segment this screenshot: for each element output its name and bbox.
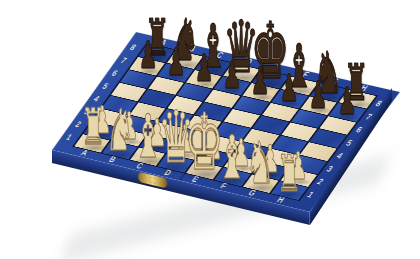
rank-label-right-4: 4 [335, 153, 344, 159]
rank-label-right-1: 1 [306, 191, 315, 197]
piece-white-bishop-f1[interactable]: ♝ [217, 126, 247, 186]
piece-black-pawn-h7[interactable]: ♟ [337, 83, 356, 121]
piece-black-pawn-a7[interactable]: ♟ [138, 37, 157, 75]
rank-label-left-1: 1 [65, 134, 73, 140]
piece-black-pawn-b7[interactable]: ♟ [166, 43, 185, 81]
piece-white-rook-h1[interactable]: ♜ [276, 149, 301, 199]
rank-label-left-5: 5 [101, 83, 110, 89]
rank-label-left-7: 7 [120, 57, 129, 63]
rank-label-right-3: 3 [326, 166, 335, 172]
piece-black-pawn-c7[interactable]: ♟ [194, 50, 213, 88]
rank-label-right-5: 5 [345, 140, 354, 146]
piece-white-knight-g1[interactable]: ♞ [246, 135, 275, 193]
piece-white-rook-a1[interactable]: ♜ [80, 102, 105, 152]
piece-white-knight-b1[interactable]: ♞ [106, 101, 135, 159]
piece-black-pawn-g7[interactable]: ♟ [308, 76, 327, 114]
rank-label-right-2: 2 [316, 178, 325, 184]
piece-black-pawn-d7[interactable]: ♟ [222, 56, 241, 94]
rank-label-left-6: 6 [111, 70, 120, 76]
piece-black-pawn-f7[interactable]: ♟ [280, 69, 299, 107]
rank-label-left-8: 8 [129, 44, 138, 50]
chess-set-photo: AA11BB22CC33DD44EE55FF66GG77HH88 ♜♞♝♛♚♝♞… [0, 0, 420, 259]
piece-black-pawn-e7[interactable]: ♟ [251, 63, 270, 101]
